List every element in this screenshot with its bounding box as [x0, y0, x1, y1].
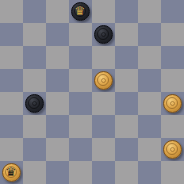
square-b5	[23, 69, 46, 92]
square-d8[interactable]: ♛	[69, 0, 92, 23]
square-a7[interactable]	[0, 23, 23, 46]
square-f5	[115, 69, 138, 92]
square-e5[interactable]	[92, 69, 115, 92]
square-f4[interactable]	[115, 92, 138, 115]
black-man-piece[interactable]	[25, 94, 44, 113]
square-g3[interactable]	[138, 115, 161, 138]
square-d5	[69, 69, 92, 92]
square-c1[interactable]	[46, 161, 69, 184]
black-king-piece[interactable]: ♛	[71, 2, 90, 21]
square-e1[interactable]	[92, 161, 115, 184]
square-h7	[161, 23, 184, 46]
square-h1	[161, 161, 184, 184]
square-g2	[138, 138, 161, 161]
white-man-piece[interactable]	[163, 94, 182, 113]
square-h8[interactable]	[161, 0, 184, 23]
black-man-piece[interactable]	[94, 25, 113, 44]
square-c5[interactable]	[46, 69, 69, 92]
square-f6[interactable]	[115, 46, 138, 69]
square-c6	[46, 46, 69, 69]
square-a3[interactable]	[0, 115, 23, 138]
checkers-board: ♛♛	[0, 0, 184, 184]
square-b2[interactable]	[23, 138, 46, 161]
square-g5[interactable]	[138, 69, 161, 92]
square-a5[interactable]	[0, 69, 23, 92]
square-d2[interactable]	[69, 138, 92, 161]
square-e7[interactable]	[92, 23, 115, 46]
square-f7	[115, 23, 138, 46]
square-h3	[161, 115, 184, 138]
white-king-piece[interactable]: ♛	[2, 163, 21, 182]
square-c3[interactable]	[46, 115, 69, 138]
square-d3	[69, 115, 92, 138]
crown-icon: ♛	[75, 5, 86, 17]
square-e3[interactable]	[92, 115, 115, 138]
white-man-piece[interactable]	[94, 71, 113, 90]
square-f8[interactable]	[115, 0, 138, 23]
square-h6[interactable]	[161, 46, 184, 69]
square-b3	[23, 115, 46, 138]
square-c7[interactable]	[46, 23, 69, 46]
square-b4[interactable]	[23, 92, 46, 115]
square-c4	[46, 92, 69, 115]
square-e4	[92, 92, 115, 115]
square-h4[interactable]	[161, 92, 184, 115]
square-g8	[138, 0, 161, 23]
square-a2	[0, 138, 23, 161]
square-f1	[115, 161, 138, 184]
square-b6[interactable]	[23, 46, 46, 69]
square-c8	[46, 0, 69, 23]
crown-icon: ♛	[6, 166, 17, 178]
square-h5	[161, 69, 184, 92]
square-d6[interactable]	[69, 46, 92, 69]
square-a1[interactable]: ♛	[0, 161, 23, 184]
square-f3	[115, 115, 138, 138]
square-a8	[0, 0, 23, 23]
white-man-piece[interactable]	[163, 140, 182, 159]
square-g7[interactable]	[138, 23, 161, 46]
square-f2[interactable]	[115, 138, 138, 161]
square-a4	[0, 92, 23, 115]
square-e8	[92, 0, 115, 23]
square-d7	[69, 23, 92, 46]
square-a6	[0, 46, 23, 69]
square-b1	[23, 161, 46, 184]
square-g1[interactable]	[138, 161, 161, 184]
square-e2	[92, 138, 115, 161]
square-h2[interactable]	[161, 138, 184, 161]
square-b8[interactable]	[23, 0, 46, 23]
square-e6	[92, 46, 115, 69]
square-c2	[46, 138, 69, 161]
square-g6	[138, 46, 161, 69]
square-g4	[138, 92, 161, 115]
square-d1	[69, 161, 92, 184]
square-d4[interactable]	[69, 92, 92, 115]
square-b7	[23, 23, 46, 46]
